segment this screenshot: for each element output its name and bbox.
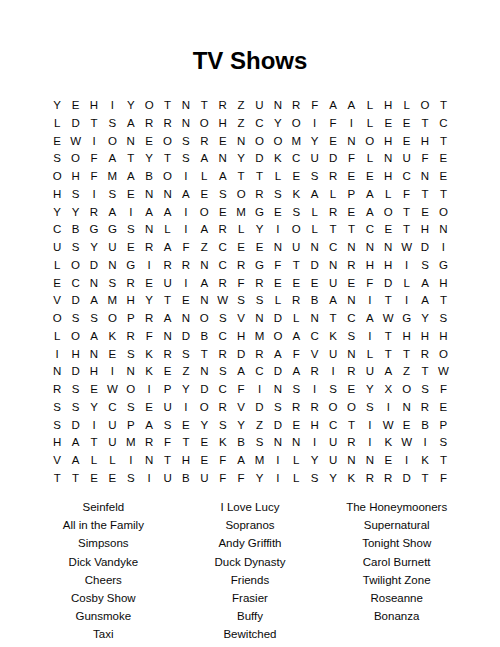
grid-cell[interactable]: O — [379, 204, 397, 222]
grid-cell[interactable]: U — [48, 239, 66, 257]
grid-cell[interactable]: D — [269, 417, 287, 435]
grid-cell[interactable]: H — [397, 328, 415, 346]
grid-cell[interactable]: O — [195, 204, 213, 222]
grid-cell[interactable]: E — [122, 239, 140, 257]
grid-cell[interactable]: E — [397, 115, 415, 133]
grid-cell[interactable]: M — [287, 133, 305, 151]
grid-cell[interactable]: T — [416, 186, 434, 204]
grid-cell[interactable]: T — [158, 97, 176, 115]
grid-cell[interactable]: H — [85, 97, 103, 115]
grid-cell[interactable]: U — [324, 275, 342, 293]
grid-cell[interactable]: A — [379, 363, 397, 381]
grid-cell[interactable]: V — [48, 452, 66, 470]
grid-cell[interactable]: R — [416, 346, 434, 364]
grid-cell[interactable]: B — [195, 328, 213, 346]
grid-cell[interactable]: C — [214, 257, 232, 275]
grid-cell[interactable]: R — [232, 257, 250, 275]
grid-cell[interactable]: E — [195, 434, 213, 452]
grid-cell[interactable]: N — [140, 452, 158, 470]
grid-cell[interactable]: R — [122, 275, 140, 293]
grid-cell[interactable]: R — [305, 399, 323, 417]
grid-cell[interactable]: T — [48, 470, 66, 488]
grid-cell[interactable]: C — [66, 275, 84, 293]
grid-cell[interactable]: I — [177, 399, 195, 417]
grid-cell[interactable]: T — [379, 346, 397, 364]
grid-cell[interactable]: O — [434, 204, 452, 222]
grid-cell[interactable]: L — [361, 150, 379, 168]
grid-cell[interactable]: B — [66, 221, 84, 239]
grid-cell[interactable]: N — [140, 186, 158, 204]
grid-cell[interactable]: Y — [305, 452, 323, 470]
grid-cell[interactable]: L — [397, 275, 415, 293]
grid-cell[interactable]: I — [416, 434, 434, 452]
grid-cell[interactable]: S — [342, 328, 360, 346]
grid-cell[interactable]: Y — [85, 399, 103, 417]
grid-cell[interactable]: I — [269, 452, 287, 470]
grid-cell[interactable]: S — [269, 186, 287, 204]
grid-cell[interactable]: E — [232, 239, 250, 257]
grid-cell[interactable]: R — [158, 115, 176, 133]
grid-cell[interactable]: R — [85, 204, 103, 222]
grid-cell[interactable]: E — [287, 168, 305, 186]
grid-cell[interactable]: Y — [232, 150, 250, 168]
grid-cell[interactable]: T — [434, 292, 452, 310]
grid-cell[interactable]: L — [195, 168, 213, 186]
grid-cell[interactable]: U — [195, 470, 213, 488]
grid-cell[interactable]: B — [140, 168, 158, 186]
grid-cell[interactable]: N — [195, 292, 213, 310]
grid-cell[interactable]: I — [342, 115, 360, 133]
grid-cell[interactable]: A — [214, 168, 232, 186]
grid-cell[interactable]: D — [66, 417, 84, 435]
grid-cell[interactable]: I — [177, 168, 195, 186]
grid-cell[interactable]: O — [195, 115, 213, 133]
grid-cell[interactable]: E — [140, 399, 158, 417]
grid-cell[interactable]: M — [122, 434, 140, 452]
grid-cell[interactable]: I — [122, 204, 140, 222]
grid-cell[interactable]: E — [158, 363, 176, 381]
grid-cell[interactable]: G — [122, 257, 140, 275]
grid-cell[interactable]: Z — [195, 239, 213, 257]
grid-cell[interactable]: R — [305, 363, 323, 381]
grid-cell[interactable]: C — [397, 168, 415, 186]
grid-cell[interactable]: Y — [324, 470, 342, 488]
grid-cell[interactable]: I — [361, 328, 379, 346]
grid-cell[interactable]: I — [140, 470, 158, 488]
grid-cell[interactable]: M — [250, 452, 268, 470]
grid-cell[interactable]: N — [397, 399, 415, 417]
grid-cell[interactable]: V — [48, 292, 66, 310]
grid-cell[interactable]: R — [250, 186, 268, 204]
grid-cell[interactable]: O — [397, 381, 415, 399]
grid-cell[interactable]: E — [177, 292, 195, 310]
grid-cell[interactable]: A — [177, 186, 195, 204]
grid-cell[interactable]: G — [85, 221, 103, 239]
grid-cell[interactable]: O — [342, 399, 360, 417]
grid-cell[interactable]: B — [177, 470, 195, 488]
grid-cell[interactable]: A — [195, 275, 213, 293]
grid-cell[interactable]: G — [434, 257, 452, 275]
grid-cell[interactable]: U — [287, 239, 305, 257]
grid-cell[interactable]: F — [85, 168, 103, 186]
grid-cell[interactable]: U — [158, 399, 176, 417]
grid-cell[interactable]: S — [214, 363, 232, 381]
grid-cell[interactable]: I — [361, 417, 379, 435]
grid-cell[interactable]: A — [195, 221, 213, 239]
grid-cell[interactable]: F — [324, 115, 342, 133]
grid-cell[interactable]: L — [397, 97, 415, 115]
grid-cell[interactable]: R — [342, 257, 360, 275]
grid-cell[interactable]: L — [287, 452, 305, 470]
grid-cell[interactable]: N — [434, 221, 452, 239]
grid-cell[interactable]: L — [85, 452, 103, 470]
grid-cell[interactable]: F — [85, 150, 103, 168]
grid-cell[interactable]: Z — [250, 417, 268, 435]
grid-cell[interactable]: B — [305, 292, 323, 310]
grid-cell[interactable]: O — [250, 133, 268, 151]
grid-cell[interactable]: T — [287, 257, 305, 275]
grid-cell[interactable]: H — [66, 346, 84, 364]
grid-cell[interactable]: R — [158, 346, 176, 364]
grid-cell[interactable]: F — [342, 150, 360, 168]
grid-cell[interactable]: K — [416, 452, 434, 470]
grid-cell[interactable]: O — [158, 133, 176, 151]
grid-cell[interactable]: S — [250, 292, 268, 310]
grid-cell[interactable]: E — [416, 204, 434, 222]
grid-cell[interactable]: F — [434, 381, 452, 399]
grid-cell[interactable]: E — [269, 204, 287, 222]
grid-cell[interactable]: Y — [269, 115, 287, 133]
grid-cell[interactable]: C — [214, 239, 232, 257]
grid-cell[interactable]: S — [434, 434, 452, 452]
grid-cell[interactable]: D — [305, 257, 323, 275]
grid-cell[interactable]: S — [122, 346, 140, 364]
grid-cell[interactable]: E — [361, 168, 379, 186]
grid-cell[interactable]: I — [85, 186, 103, 204]
grid-cell[interactable]: T — [434, 186, 452, 204]
grid-cell[interactable]: I — [177, 221, 195, 239]
grid-cell[interactable]: Z — [232, 115, 250, 133]
grid-cell[interactable]: B — [232, 434, 250, 452]
grid-cell[interactable]: W — [66, 133, 84, 151]
grid-cell[interactable]: S — [66, 239, 84, 257]
grid-cell[interactable]: F — [214, 452, 232, 470]
grid-cell[interactable]: S — [416, 381, 434, 399]
grid-cell[interactable]: H — [214, 115, 232, 133]
grid-cell[interactable]: N — [269, 434, 287, 452]
grid-cell[interactable]: F — [305, 97, 323, 115]
grid-cell[interactable]: I — [250, 381, 268, 399]
grid-cell[interactable]: R — [324, 168, 342, 186]
grid-cell[interactable]: A — [158, 239, 176, 257]
grid-cell[interactable]: U — [103, 417, 121, 435]
grid-cell[interactable]: C — [434, 115, 452, 133]
grid-cell[interactable]: H — [379, 97, 397, 115]
grid-cell[interactable]: N — [48, 363, 66, 381]
grid-cell[interactable]: N — [177, 310, 195, 328]
grid-cell[interactable]: Y — [66, 204, 84, 222]
grid-cell[interactable]: A — [361, 204, 379, 222]
grid-cell[interactable]: E — [324, 133, 342, 151]
grid-cell[interactable]: O — [66, 150, 84, 168]
grid-cell[interactable]: R — [140, 310, 158, 328]
grid-cell[interactable]: T — [232, 168, 250, 186]
grid-cell[interactable]: I — [177, 275, 195, 293]
grid-cell[interactable]: L — [361, 346, 379, 364]
grid-cell[interactable]: N — [287, 434, 305, 452]
grid-cell[interactable]: K — [287, 186, 305, 204]
grid-cell[interactable]: E — [85, 381, 103, 399]
grid-cell[interactable]: T — [85, 115, 103, 133]
grid-cell[interactable]: S — [48, 399, 66, 417]
grid-cell[interactable]: A — [287, 328, 305, 346]
grid-cell[interactable]: S — [158, 417, 176, 435]
grid-cell[interactable]: I — [434, 239, 452, 257]
grid-cell[interactable]: I — [397, 292, 415, 310]
grid-cell[interactable]: L — [269, 292, 287, 310]
grid-cell[interactable]: O — [287, 115, 305, 133]
grid-cell[interactable]: Y — [85, 239, 103, 257]
grid-cell[interactable]: L — [103, 452, 121, 470]
grid-cell[interactable]: E — [305, 275, 323, 293]
grid-cell[interactable]: A — [122, 168, 140, 186]
grid-cell[interactable]: S — [214, 417, 232, 435]
grid-cell[interactable]: H — [416, 133, 434, 151]
grid-cell[interactable]: U — [103, 239, 121, 257]
grid-cell[interactable]: S — [250, 434, 268, 452]
grid-cell[interactable]: T — [85, 434, 103, 452]
grid-cell[interactable]: A — [122, 115, 140, 133]
grid-cell[interactable]: R — [342, 363, 360, 381]
grid-cell[interactable]: L — [48, 257, 66, 275]
grid-cell[interactable]: S — [305, 470, 323, 488]
grid-cell[interactable]: Y — [250, 221, 268, 239]
grid-cell[interactable]: R — [379, 470, 397, 488]
grid-cell[interactable]: T — [416, 470, 434, 488]
grid-cell[interactable]: L — [48, 328, 66, 346]
grid-cell[interactable]: F — [140, 328, 158, 346]
grid-cell[interactable]: T — [434, 133, 452, 151]
grid-cell[interactable]: O — [269, 133, 287, 151]
grid-cell[interactable]: I — [305, 434, 323, 452]
grid-cell[interactable]: S — [103, 115, 121, 133]
grid-cell[interactable]: Y — [140, 150, 158, 168]
grid-cell[interactable]: H — [85, 363, 103, 381]
grid-cell[interactable]: L — [379, 186, 397, 204]
grid-cell[interactable]: O — [66, 328, 84, 346]
grid-cell[interactable]: D — [379, 275, 397, 293]
grid-cell[interactable]: I — [379, 399, 397, 417]
grid-cell[interactable]: V — [232, 399, 250, 417]
grid-cell[interactable]: C — [342, 310, 360, 328]
grid-cell[interactable]: T — [250, 168, 268, 186]
grid-cell[interactable]: L — [287, 310, 305, 328]
grid-cell[interactable]: O — [434, 346, 452, 364]
grid-cell[interactable]: H — [48, 186, 66, 204]
grid-cell[interactable]: T — [158, 452, 176, 470]
grid-cell[interactable]: S — [122, 470, 140, 488]
grid-cell[interactable]: S — [287, 381, 305, 399]
grid-cell[interactable]: N — [305, 239, 323, 257]
grid-cell[interactable]: S — [434, 310, 452, 328]
grid-cell[interactable]: T — [177, 434, 195, 452]
grid-cell[interactable]: C — [250, 115, 268, 133]
grid-cell[interactable]: U — [158, 275, 176, 293]
grid-cell[interactable]: U — [361, 363, 379, 381]
grid-cell[interactable]: E — [85, 470, 103, 488]
grid-cell[interactable]: E — [397, 133, 415, 151]
grid-cell[interactable]: O — [232, 186, 250, 204]
grid-cell[interactable]: E — [342, 168, 360, 186]
grid-cell[interactable]: S — [103, 186, 121, 204]
grid-cell[interactable]: A — [140, 417, 158, 435]
grid-cell[interactable]: H — [416, 221, 434, 239]
grid-cell[interactable]: U — [250, 97, 268, 115]
grid-cell[interactable]: A — [232, 363, 250, 381]
grid-cell[interactable]: N — [195, 257, 213, 275]
grid-cell[interactable]: W — [397, 239, 415, 257]
grid-cell[interactable]: N — [122, 133, 140, 151]
grid-cell[interactable]: E — [434, 399, 452, 417]
grid-cell[interactable]: O — [48, 310, 66, 328]
grid-cell[interactable]: R — [287, 399, 305, 417]
grid-cell[interactable]: N — [416, 168, 434, 186]
grid-cell[interactable]: T — [158, 292, 176, 310]
grid-cell[interactable]: A — [66, 452, 84, 470]
grid-cell[interactable]: S — [66, 310, 84, 328]
grid-cell[interactable]: N — [342, 452, 360, 470]
grid-cell[interactable]: A — [305, 186, 323, 204]
grid-cell[interactable]: E — [66, 97, 84, 115]
grid-cell[interactable]: Z — [397, 363, 415, 381]
grid-cell[interactable]: N — [269, 381, 287, 399]
grid-cell[interactable]: R — [122, 328, 140, 346]
grid-cell[interactable]: L — [287, 470, 305, 488]
grid-cell[interactable]: Y — [195, 417, 213, 435]
grid-cell[interactable]: C — [103, 399, 121, 417]
grid-cell[interactable]: T — [416, 363, 434, 381]
grid-cell[interactable]: N — [342, 292, 360, 310]
grid-cell[interactable]: N — [85, 346, 103, 364]
grid-cell[interactable]: R — [250, 275, 268, 293]
grid-cell[interactable]: E — [195, 186, 213, 204]
grid-cell[interactable]: N — [305, 310, 323, 328]
grid-cell[interactable]: S — [66, 186, 84, 204]
grid-cell[interactable]: D — [85, 257, 103, 275]
grid-cell[interactable]: R — [214, 399, 232, 417]
grid-cell[interactable]: S — [177, 150, 195, 168]
grid-cell[interactable]: G — [250, 257, 268, 275]
grid-cell[interactable]: F — [232, 470, 250, 488]
grid-cell[interactable]: R — [158, 257, 176, 275]
grid-cell[interactable]: A — [158, 310, 176, 328]
grid-cell[interactable]: F — [269, 257, 287, 275]
grid-cell[interactable]: F — [434, 470, 452, 488]
grid-cell[interactable]: H — [434, 275, 452, 293]
grid-cell[interactable]: U — [324, 346, 342, 364]
grid-cell[interactable]: W — [103, 381, 121, 399]
grid-cell[interactable]: A — [324, 292, 342, 310]
grid-cell[interactable]: R — [214, 221, 232, 239]
grid-cell[interactable]: W — [397, 434, 415, 452]
grid-cell[interactable]: F — [232, 275, 250, 293]
grid-cell[interactable]: R — [214, 275, 232, 293]
grid-cell[interactable]: O — [122, 381, 140, 399]
grid-cell[interactable]: C — [214, 328, 232, 346]
grid-cell[interactable]: D — [66, 292, 84, 310]
grid-cell[interactable]: I — [361, 292, 379, 310]
grid-cell[interactable]: D — [250, 399, 268, 417]
grid-cell[interactable]: N — [140, 221, 158, 239]
grid-cell[interactable]: N — [250, 310, 268, 328]
grid-cell[interactable]: D — [269, 310, 287, 328]
grid-cell[interactable]: E — [195, 452, 213, 470]
grid-cell[interactable]: O — [48, 168, 66, 186]
grid-cell[interactable]: A — [361, 310, 379, 328]
grid-cell[interactable]: D — [416, 239, 434, 257]
grid-cell[interactable]: T — [416, 115, 434, 133]
grid-cell[interactable]: K — [140, 346, 158, 364]
grid-cell[interactable]: T — [397, 221, 415, 239]
grid-cell[interactable]: N — [177, 97, 195, 115]
grid-cell[interactable]: S — [66, 381, 84, 399]
grid-cell[interactable]: N — [324, 257, 342, 275]
grid-cell[interactable]: E — [342, 275, 360, 293]
grid-cell[interactable]: E — [287, 417, 305, 435]
grid-cell[interactable]: O — [324, 399, 342, 417]
grid-cell[interactable]: P — [158, 381, 176, 399]
grid-cell[interactable]: L — [232, 221, 250, 239]
grid-cell[interactable]: E — [140, 133, 158, 151]
grid-cell[interactable]: G — [103, 221, 121, 239]
grid-cell[interactable]: Y — [140, 292, 158, 310]
grid-cell[interactable]: Y — [305, 133, 323, 151]
grid-cell[interactable]: G — [250, 204, 268, 222]
grid-cell[interactable]: Y — [122, 97, 140, 115]
grid-cell[interactable]: S — [177, 133, 195, 151]
grid-cell[interactable]: I — [397, 452, 415, 470]
grid-cell[interactable]: H — [379, 257, 397, 275]
grid-cell[interactable]: O — [287, 221, 305, 239]
grid-cell[interactable]: E — [103, 470, 121, 488]
grid-cell[interactable]: E — [250, 239, 268, 257]
grid-cell[interactable]: S — [361, 399, 379, 417]
grid-cell[interactable]: P — [342, 186, 360, 204]
grid-cell[interactable]: F — [361, 275, 379, 293]
grid-cell[interactable]: H — [48, 434, 66, 452]
grid-cell[interactable]: N — [342, 239, 360, 257]
grid-cell[interactable]: E — [122, 186, 140, 204]
grid-cell[interactable]: C — [361, 221, 379, 239]
grid-cell[interactable]: D — [177, 328, 195, 346]
grid-cell[interactable]: L — [48, 115, 66, 133]
grid-cell[interactable]: E — [269, 275, 287, 293]
grid-cell[interactable]: S — [305, 168, 323, 186]
grid-cell[interactable]: T — [397, 204, 415, 222]
grid-cell[interactable]: O — [416, 97, 434, 115]
grid-cell[interactable]: T — [379, 292, 397, 310]
grid-cell[interactable]: S — [269, 399, 287, 417]
grid-cell[interactable]: A — [361, 186, 379, 204]
grid-cell[interactable]: S — [214, 186, 232, 204]
grid-cell[interactable]: K — [103, 328, 121, 346]
grid-cell[interactable]: I — [361, 434, 379, 452]
grid-cell[interactable]: U — [305, 150, 323, 168]
grid-cell[interactable]: T — [342, 417, 360, 435]
grid-cell[interactable]: A — [85, 328, 103, 346]
grid-cell[interactable]: Z — [232, 97, 250, 115]
grid-cell[interactable]: F — [177, 239, 195, 257]
